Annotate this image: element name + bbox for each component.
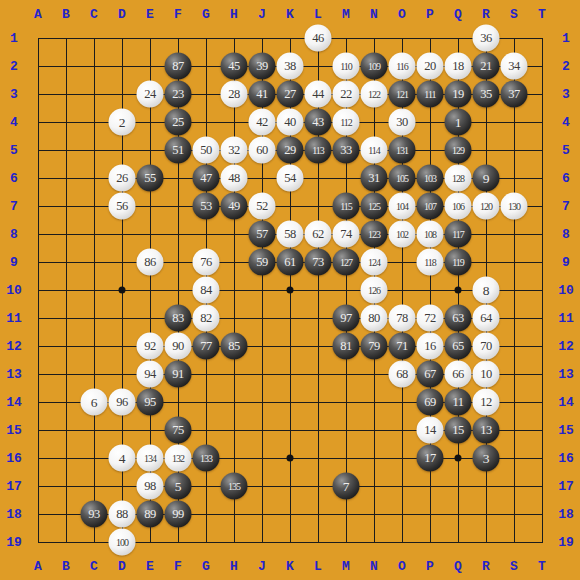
stone-white[interactable]: 122 <box>361 81 388 108</box>
move-number: 72 <box>424 312 436 325</box>
stone-white[interactable]: 34 <box>501 53 528 80</box>
move-number: 63 <box>452 312 464 325</box>
move-number: 53 <box>200 200 212 213</box>
move-number: 25 <box>172 116 184 129</box>
stone-black[interactable]: 35 <box>473 81 500 108</box>
move-number: 110 <box>340 61 352 71</box>
stone-black[interactable]: 53 <box>193 193 220 220</box>
move-number: 27 <box>284 88 296 101</box>
move-number: 8 <box>483 283 490 297</box>
stone-black[interactable]: 99 <box>165 501 192 528</box>
stone-white[interactable]: 56 <box>109 193 136 220</box>
stone-black[interactable]: 67 <box>417 361 444 388</box>
stone-black[interactable]: 85 <box>221 333 248 360</box>
stone-white[interactable]: 134 <box>137 445 164 472</box>
stone-black[interactable]: 97 <box>333 305 360 332</box>
move-number: 134 <box>144 453 156 463</box>
stone-black[interactable]: 109 <box>361 53 388 80</box>
move-number: 115 <box>340 201 352 211</box>
stone-black[interactable]: 75 <box>165 417 192 444</box>
stone-white[interactable]: 116 <box>389 53 416 80</box>
move-number: 20 <box>424 60 436 73</box>
move-number: 78 <box>396 312 408 325</box>
stone-black[interactable]: 49 <box>221 193 248 220</box>
row-label-right: 18 <box>558 507 574 522</box>
stone-black[interactable]: 77 <box>193 333 220 360</box>
stone-white[interactable]: 50 <box>193 137 220 164</box>
column-label-top: P <box>426 7 434 22</box>
stone-white[interactable]: 94 <box>137 361 164 388</box>
stone-white[interactable]: 92 <box>137 333 164 360</box>
stone-black[interactable]: 119 <box>445 249 472 276</box>
stone-white[interactable]: 78 <box>389 305 416 332</box>
row-label-right: 9 <box>562 255 570 270</box>
move-number: 29 <box>284 144 296 157</box>
stone-white[interactable]: 76 <box>193 249 220 276</box>
move-number: 37 <box>508 88 520 101</box>
stone-black[interactable]: 73 <box>305 249 332 276</box>
column-label-top: T <box>538 7 546 22</box>
move-number: 114 <box>368 145 380 155</box>
stone-black[interactable]: 57 <box>249 221 276 248</box>
column-label-bottom: Q <box>454 559 462 574</box>
stone-white[interactable]: 4 <box>109 445 136 472</box>
stone-white[interactable]: 12 <box>473 389 500 416</box>
column-label-top: F <box>174 7 182 22</box>
stone-black[interactable]: 121 <box>389 81 416 108</box>
move-number: 84 <box>200 284 212 297</box>
move-number: 46 <box>312 32 324 45</box>
move-number: 95 <box>144 396 156 409</box>
stone-black[interactable]: 23 <box>165 81 192 108</box>
stone-black[interactable]: 133 <box>193 445 220 472</box>
row-label-left: 17 <box>6 479 22 494</box>
move-number: 51 <box>172 144 184 157</box>
column-label-top: N <box>370 7 378 22</box>
move-number: 116 <box>396 61 408 71</box>
stone-white[interactable]: 16 <box>417 333 444 360</box>
column-label-bottom: O <box>398 559 406 574</box>
stone-black[interactable]: 81 <box>333 333 360 360</box>
stone-black[interactable]: 33 <box>333 137 360 164</box>
column-label-top: H <box>230 7 238 22</box>
stone-black[interactable]: 63 <box>445 305 472 332</box>
stone-black[interactable]: 9 <box>473 165 500 192</box>
move-number: 52 <box>256 200 268 213</box>
row-label-right: 10 <box>558 283 574 298</box>
stone-white[interactable]: 30 <box>389 109 416 136</box>
stone-black[interactable]: 123 <box>361 221 388 248</box>
move-number: 32 <box>228 144 240 157</box>
move-number: 123 <box>368 229 380 239</box>
move-number: 5 <box>175 479 182 493</box>
stone-white[interactable]: 52 <box>249 193 276 220</box>
stone-black[interactable]: 25 <box>165 109 192 136</box>
stone-white[interactable]: 64 <box>473 305 500 332</box>
row-label-left: 10 <box>6 283 22 298</box>
move-number: 15 <box>452 424 464 437</box>
stone-white[interactable]: 90 <box>165 333 192 360</box>
stone-white[interactable]: 28 <box>221 81 248 108</box>
move-number: 126 <box>368 285 380 295</box>
move-number: 60 <box>256 144 268 157</box>
column-label-top: D <box>118 7 126 22</box>
stone-black[interactable]: 55 <box>137 165 164 192</box>
column-label-top: M <box>342 7 350 22</box>
move-number: 85 <box>228 340 240 353</box>
move-number: 83 <box>172 312 184 325</box>
stone-white[interactable]: 88 <box>109 501 136 528</box>
stone-black[interactable]: 103 <box>417 165 444 192</box>
stone-white[interactable]: 48 <box>221 165 248 192</box>
move-number: 88 <box>116 508 128 521</box>
stone-white[interactable]: 66 <box>445 361 472 388</box>
move-number: 62 <box>312 228 324 241</box>
stone-white[interactable]: 96 <box>109 389 136 416</box>
stone-black[interactable]: 1 <box>445 109 472 136</box>
column-label-bottom: H <box>230 559 238 574</box>
stone-white[interactable]: 20 <box>417 53 444 80</box>
column-label-bottom: D <box>118 559 126 574</box>
stone-white[interactable]: 128 <box>445 165 472 192</box>
row-label-left: 9 <box>10 255 18 270</box>
stone-white[interactable]: 54 <box>277 165 304 192</box>
move-number: 42 <box>256 116 268 129</box>
row-label-left: 12 <box>6 339 22 354</box>
move-number: 47 <box>200 172 212 185</box>
move-number: 10 <box>480 368 492 381</box>
stone-black[interactable]: 29 <box>277 137 304 164</box>
stone-white[interactable]: 68 <box>389 361 416 388</box>
move-number: 118 <box>424 257 436 267</box>
move-number: 77 <box>200 340 212 353</box>
stone-white[interactable]: 42 <box>249 109 276 136</box>
move-number: 13 <box>480 424 492 437</box>
stone-black[interactable]: 17 <box>417 445 444 472</box>
column-label-bottom: J <box>258 559 266 574</box>
move-number: 127 <box>340 257 352 267</box>
move-number: 16 <box>424 340 436 353</box>
move-number: 98 <box>144 480 156 493</box>
column-label-top: B <box>62 7 70 22</box>
stone-white[interactable]: 70 <box>473 333 500 360</box>
row-label-left: 7 <box>10 199 18 214</box>
move-number: 80 <box>368 312 380 325</box>
move-number: 86 <box>144 256 156 269</box>
move-number: 124 <box>368 257 380 267</box>
stone-black[interactable]: 21 <box>473 53 500 80</box>
stone-black[interactable]: 15 <box>445 417 472 444</box>
move-number: 108 <box>424 229 436 239</box>
stone-white[interactable]: 36 <box>473 25 500 52</box>
move-number: 133 <box>200 453 212 463</box>
move-number: 82 <box>200 312 212 325</box>
move-number: 26 <box>116 172 128 185</box>
column-label-bottom: S <box>510 559 518 574</box>
stone-white[interactable]: 38 <box>277 53 304 80</box>
stone-white[interactable]: 60 <box>249 137 276 164</box>
column-label-top: Q <box>454 7 462 22</box>
move-number: 40 <box>284 116 296 129</box>
move-number: 102 <box>396 229 408 239</box>
stone-white[interactable]: 130 <box>501 193 528 220</box>
row-label-left: 14 <box>6 395 22 410</box>
move-number: 14 <box>424 424 436 437</box>
row-label-right: 16 <box>558 451 574 466</box>
row-label-right: 12 <box>558 339 574 354</box>
move-number: 129 <box>452 145 464 155</box>
stone-black[interactable]: 105 <box>389 165 416 192</box>
row-label-right: 2 <box>562 59 570 74</box>
stone-white[interactable]: 80 <box>361 305 388 332</box>
stone-black[interactable]: 71 <box>389 333 416 360</box>
stone-black[interactable]: 125 <box>361 193 388 220</box>
grid-line-vertical <box>514 38 515 543</box>
move-number: 45 <box>228 60 240 73</box>
row-label-left: 11 <box>6 311 22 326</box>
stone-white[interactable]: 82 <box>193 305 220 332</box>
stone-black[interactable]: 47 <box>193 165 220 192</box>
stone-white[interactable]: 58 <box>277 221 304 248</box>
move-number: 36 <box>480 32 492 45</box>
move-number: 99 <box>172 508 184 521</box>
stone-black[interactable]: 37 <box>501 81 528 108</box>
stone-white[interactable]: 112 <box>333 109 360 136</box>
move-number: 109 <box>368 61 380 71</box>
stone-white[interactable]: 10 <box>473 361 500 388</box>
stone-black[interactable]: 83 <box>165 305 192 332</box>
move-number: 48 <box>228 172 240 185</box>
stone-white[interactable]: 132 <box>165 445 192 472</box>
move-number: 9 <box>483 171 490 185</box>
stone-black[interactable]: 39 <box>249 53 276 80</box>
move-number: 79 <box>368 340 380 353</box>
move-number: 61 <box>284 256 296 269</box>
column-label-top: O <box>398 7 406 22</box>
stone-black[interactable]: 79 <box>361 333 388 360</box>
stone-white[interactable]: 18 <box>445 53 472 80</box>
stone-white[interactable]: 118 <box>417 249 444 276</box>
move-number: 92 <box>144 340 156 353</box>
stone-black[interactable]: 19 <box>445 81 472 108</box>
row-label-right: 6 <box>562 171 570 186</box>
row-label-right: 1 <box>562 31 570 46</box>
move-number: 120 <box>480 201 492 211</box>
move-number: 33 <box>340 144 352 157</box>
stone-black[interactable]: 131 <box>389 137 416 164</box>
column-label-bottom: M <box>342 559 350 574</box>
column-label-top: J <box>258 7 266 22</box>
move-number: 2 <box>119 115 126 129</box>
stone-white[interactable]: 104 <box>389 193 416 220</box>
column-label-top: S <box>510 7 518 22</box>
star-point <box>119 287 126 294</box>
stone-white[interactable]: 126 <box>361 277 388 304</box>
stone-white[interactable]: 2 <box>109 109 136 136</box>
stone-black[interactable]: 13 <box>473 417 500 444</box>
move-number: 44 <box>312 88 324 101</box>
stone-black[interactable]: 135 <box>221 473 248 500</box>
move-number: 57 <box>256 228 268 241</box>
row-label-left: 3 <box>10 87 18 102</box>
move-number: 4 <box>119 451 126 465</box>
move-number: 113 <box>312 145 324 155</box>
stone-white[interactable]: 6 <box>81 389 108 416</box>
move-number: 121 <box>396 89 408 99</box>
stone-white[interactable]: 120 <box>473 193 500 220</box>
stone-black[interactable]: 115 <box>333 193 360 220</box>
move-number: 39 <box>256 60 268 73</box>
move-number: 66 <box>452 368 464 381</box>
stone-white[interactable]: 62 <box>305 221 332 248</box>
move-number: 49 <box>228 200 240 213</box>
move-number: 12 <box>480 396 492 409</box>
stone-white[interactable]: 100 <box>109 529 136 556</box>
row-label-left: 13 <box>6 367 22 382</box>
move-number: 104 <box>396 201 408 211</box>
star-point <box>455 455 462 462</box>
move-number: 75 <box>172 424 184 437</box>
stone-black[interactable]: 31 <box>361 165 388 192</box>
move-number: 35 <box>480 88 492 101</box>
move-number: 3 <box>483 451 490 465</box>
stone-white[interactable]: 74 <box>333 221 360 248</box>
move-number: 19 <box>452 88 464 101</box>
column-label-bottom: T <box>538 559 546 574</box>
move-number: 50 <box>200 144 212 157</box>
go-board[interactable]: AABBCCDDEEFFGGHHJJKKLLMMNNOOPPQQRRSSTT11… <box>0 0 580 580</box>
stone-black[interactable]: 65 <box>445 333 472 360</box>
stone-black[interactable]: 45 <box>221 53 248 80</box>
stone-white[interactable]: 24 <box>137 81 164 108</box>
stone-black[interactable]: 51 <box>165 137 192 164</box>
row-label-right: 3 <box>562 87 570 102</box>
stone-white[interactable]: 114 <box>361 137 388 164</box>
stone-black[interactable]: 5 <box>165 473 192 500</box>
grid-line-vertical <box>542 38 543 543</box>
stone-black[interactable]: 91 <box>165 361 192 388</box>
stone-black[interactable]: 11 <box>445 389 472 416</box>
move-number: 31 <box>368 172 380 185</box>
stone-white[interactable]: 22 <box>333 81 360 108</box>
stone-white[interactable]: 72 <box>417 305 444 332</box>
move-number: 87 <box>172 60 184 73</box>
stone-black[interactable]: 129 <box>445 137 472 164</box>
move-number: 71 <box>396 340 408 353</box>
column-label-bottom: L <box>314 559 322 574</box>
column-label-top: G <box>202 7 210 22</box>
move-number: 55 <box>144 172 156 185</box>
stone-black[interactable]: 87 <box>165 53 192 80</box>
stone-black[interactable]: 59 <box>249 249 276 276</box>
column-label-bottom: B <box>62 559 70 574</box>
stone-black[interactable]: 117 <box>445 221 472 248</box>
stone-white[interactable]: 46 <box>305 25 332 52</box>
column-label-top: E <box>146 7 154 22</box>
move-number: 122 <box>368 89 380 99</box>
stone-black[interactable]: 111 <box>417 81 444 108</box>
move-number: 94 <box>144 368 156 381</box>
stone-black[interactable]: 95 <box>137 389 164 416</box>
move-number: 97 <box>340 312 352 325</box>
move-number: 58 <box>284 228 296 241</box>
stone-black[interactable]: 107 <box>417 193 444 220</box>
stone-white[interactable]: 84 <box>193 277 220 304</box>
row-label-left: 4 <box>10 115 18 130</box>
row-label-left: 6 <box>10 171 18 186</box>
column-label-bottom: F <box>174 559 182 574</box>
stone-black[interactable]: 3 <box>473 445 500 472</box>
move-number: 81 <box>340 340 352 353</box>
row-label-right: 19 <box>558 535 574 550</box>
move-number: 56 <box>116 200 128 213</box>
column-label-bottom: G <box>202 559 210 574</box>
stone-black[interactable]: 7 <box>333 473 360 500</box>
move-number: 111 <box>424 89 435 99</box>
stone-black[interactable]: 93 <box>81 501 108 528</box>
stone-white[interactable]: 98 <box>137 473 164 500</box>
column-label-bottom: N <box>370 559 378 574</box>
row-label-left: 19 <box>6 535 22 550</box>
move-number: 6 <box>91 395 98 409</box>
stone-white[interactable]: 26 <box>109 165 136 192</box>
row-label-left: 16 <box>6 451 22 466</box>
stone-white[interactable]: 40 <box>277 109 304 136</box>
move-number: 41 <box>256 88 268 101</box>
stone-black[interactable]: 43 <box>305 109 332 136</box>
move-number: 1 <box>455 115 462 129</box>
stone-white[interactable]: 44 <box>305 81 332 108</box>
move-number: 132 <box>172 453 184 463</box>
star-point <box>455 287 462 294</box>
move-number: 30 <box>396 116 408 129</box>
stone-black[interactable]: 69 <box>417 389 444 416</box>
stone-white[interactable]: 14 <box>417 417 444 444</box>
stone-black[interactable]: 89 <box>137 501 164 528</box>
move-number: 130 <box>508 201 520 211</box>
row-label-right: 14 <box>558 395 574 410</box>
stone-white[interactable]: 8 <box>473 277 500 304</box>
stone-white[interactable]: 32 <box>221 137 248 164</box>
stone-black[interactable]: 41 <box>249 81 276 108</box>
row-label-right: 17 <box>558 479 574 494</box>
column-label-bottom: A <box>34 559 42 574</box>
move-number: 117 <box>452 229 464 239</box>
row-label-left: 18 <box>6 507 22 522</box>
stone-white[interactable]: 110 <box>333 53 360 80</box>
move-number: 128 <box>452 173 464 183</box>
move-number: 23 <box>172 88 184 101</box>
column-label-top: R <box>482 7 490 22</box>
move-number: 105 <box>396 173 408 183</box>
column-label-top: A <box>34 7 42 22</box>
stone-white[interactable]: 124 <box>361 249 388 276</box>
stone-white[interactable]: 86 <box>137 249 164 276</box>
move-number: 70 <box>480 340 492 353</box>
stone-black[interactable]: 27 <box>277 81 304 108</box>
stone-white[interactable]: 106 <box>445 193 472 220</box>
stone-white[interactable]: 108 <box>417 221 444 248</box>
move-number: 131 <box>396 145 408 155</box>
star-point <box>287 287 294 294</box>
stone-black[interactable]: 61 <box>277 249 304 276</box>
stone-black[interactable]: 127 <box>333 249 360 276</box>
stone-black[interactable]: 113 <box>305 137 332 164</box>
stone-white[interactable]: 102 <box>389 221 416 248</box>
row-label-right: 7 <box>562 199 570 214</box>
row-label-left: 5 <box>10 143 18 158</box>
move-number: 65 <box>452 340 464 353</box>
